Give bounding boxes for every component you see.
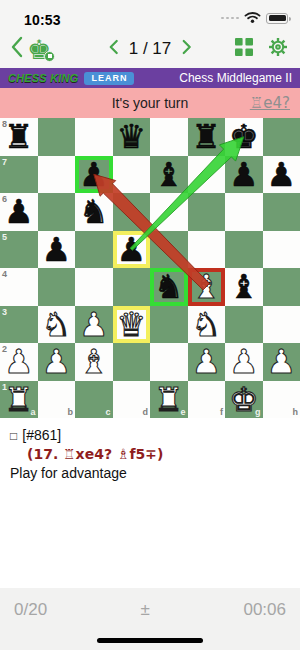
white-pawn-c3: ♟ [79, 306, 109, 343]
learn-badge: LEARN [84, 72, 134, 85]
square-h8[interactable] [263, 118, 301, 156]
black-knight-e4: ♞ [154, 268, 184, 305]
battery-icon [266, 13, 288, 24]
square-h4[interactable] [263, 268, 301, 306]
square-e2[interactable] [150, 343, 188, 381]
square-a8[interactable]: 8♜ [0, 118, 38, 156]
black-pawn-g7: ♟ [229, 156, 259, 193]
white-knight-f3: ♞ [191, 306, 221, 343]
square-e7[interactable]: ♝ [150, 156, 188, 194]
square-h5[interactable] [263, 231, 301, 269]
black-rook-f8: ♜ [191, 118, 221, 155]
rank-label-5: 5 [2, 232, 7, 242]
black-pawn-c7: ♟ [79, 156, 109, 193]
brand-name: CHESS KING [8, 72, 78, 84]
square-g4[interactable]: ♝ [225, 268, 263, 306]
square-b3[interactable]: ♞ [38, 306, 76, 344]
brand-bar: CHESS KING LEARN Chess Middlegame II [0, 68, 300, 88]
square-h6[interactable] [263, 193, 301, 231]
square-g3[interactable] [225, 306, 263, 344]
white-pawn-a2: ♟ [4, 343, 34, 380]
square-g1[interactable]: g♚ [225, 381, 263, 419]
square-h2[interactable]: ♟ [263, 343, 301, 381]
white-king-g1: ♚ [229, 381, 259, 418]
square-b5[interactable]: ♟ [38, 231, 76, 269]
square-g7[interactable]: ♟ [225, 156, 263, 194]
square-h1[interactable]: h [263, 381, 301, 419]
square-a1[interactable]: 1a♜ [0, 381, 38, 419]
black-pawn-a6: ♟ [4, 193, 34, 230]
file-label-f: f [220, 407, 223, 417]
square-c7[interactable]: ♟ [75, 156, 113, 194]
variation-line: (17. ♖xe4? ♗f5∓) [10, 446, 290, 462]
board-area: 8♜♛♜♚7♟♝♟♟6♟♞5♟♟4♞♝♝3♞♟♛♞2♟♟♝♟♟♟1a♜bcde♜… [0, 118, 300, 418]
square-b6[interactable] [38, 193, 76, 231]
square-g8[interactable]: ♚ [225, 118, 263, 156]
score-counter: 0/20 [14, 600, 47, 620]
white-to-move-indicator: □ [10, 429, 17, 443]
black-king-g8: ♚ [229, 118, 259, 155]
square-f7[interactable] [188, 156, 226, 194]
square-e4[interactable]: ♞ [150, 268, 188, 306]
grid-menu-icon[interactable] [235, 38, 253, 60]
white-pawn-g2: ♟ [229, 343, 259, 380]
white-rook-a1: ♜ [4, 381, 34, 418]
move-hint-link[interactable]: ♖e4? [250, 94, 290, 112]
prev-page-chevron-icon[interactable] [109, 39, 119, 59]
file-label-h: h [293, 407, 299, 417]
square-e8[interactable] [150, 118, 188, 156]
square-d6[interactable] [113, 193, 151, 231]
square-c1[interactable]: c [75, 381, 113, 419]
settings-gear-icon[interactable] [268, 37, 288, 61]
square-c3[interactable]: ♟ [75, 306, 113, 344]
square-a6[interactable]: 6♟ [0, 193, 38, 231]
square-g2[interactable]: ♟ [225, 343, 263, 381]
turn-message: It's your turn [112, 95, 189, 111]
square-b1[interactable]: b [38, 381, 76, 419]
rank-label-3: 3 [2, 307, 7, 317]
square-a4[interactable]: 4 [0, 268, 38, 306]
square-c4[interactable] [75, 268, 113, 306]
white-pawn-b2: ♟ [41, 343, 71, 380]
square-a3[interactable]: 3 [0, 306, 38, 344]
square-e3[interactable] [150, 306, 188, 344]
white-pawn-f2: ♟ [191, 343, 221, 380]
white-knight-b3: ♞ [41, 306, 71, 343]
square-b7[interactable] [38, 156, 76, 194]
file-label-d: d [143, 407, 149, 417]
square-f3[interactable]: ♞ [188, 306, 226, 344]
chess-board: 8♜♛♜♚7♟♝♟♟6♟♞5♟♟4♞♝♝3♞♟♛♞2♟♟♝♟♟♟1a♜bcde♜… [0, 118, 300, 418]
white-pawn-h2: ♟ [266, 343, 296, 380]
status-bar: 10:53 [0, 0, 300, 30]
page-indicator: 1 / 17 [129, 39, 172, 59]
square-d2[interactable] [113, 343, 151, 381]
square-d7[interactable] [113, 156, 151, 194]
wifi-icon [244, 9, 261, 27]
square-a7[interactable]: 7 [0, 156, 38, 194]
square-b4[interactable] [38, 268, 76, 306]
black-rook-a8: ♜ [4, 118, 34, 155]
puzzle-reference: [#861] [22, 427, 61, 443]
black-bishop-g4: ♝ [229, 268, 259, 305]
square-b8[interactable] [38, 118, 76, 156]
square-d4[interactable] [113, 268, 151, 306]
black-pawn-d5: ♟ [116, 231, 146, 268]
rank-label-7: 7 [2, 157, 7, 167]
square-c2[interactable]: ♝ [75, 343, 113, 381]
square-f4[interactable]: ♝ [188, 268, 226, 306]
clock-time: 10:53 [24, 12, 61, 28]
white-rook-e1: ♜ [154, 381, 184, 418]
black-pawn-h7: ♟ [266, 156, 296, 193]
white-queen-d3: ♛ [116, 306, 146, 343]
square-d1[interactable]: d [113, 381, 151, 419]
annotation-panel: □ [#861] (17. ♖xe4? ♗f5∓) Play for advan… [0, 418, 300, 481]
course-title: Chess Middlegame II [179, 71, 292, 85]
black-pawn-b5: ♟ [41, 231, 71, 268]
chess-king-logo-icon[interactable]: ♚ [27, 36, 51, 63]
square-f1[interactable]: f [188, 381, 226, 419]
white-bishop-f4: ♝ [191, 268, 221, 305]
evaluation-symbol: ± [141, 600, 150, 620]
black-queen-d8: ♛ [116, 118, 146, 155]
instruction-text: Play for advantage [10, 465, 290, 481]
navigation-bar: ♚ 1 / 17 [0, 30, 300, 68]
square-e6[interactable] [150, 193, 188, 231]
square-c6[interactable]: ♞ [75, 193, 113, 231]
square-d3[interactable]: ♛ [113, 306, 151, 344]
cellular-signal-icon [221, 17, 239, 20]
square-f2[interactable]: ♟ [188, 343, 226, 381]
square-f5[interactable] [188, 231, 226, 269]
turn-banner: It's your turn ♖e4? [0, 88, 300, 118]
square-f8[interactable]: ♜ [188, 118, 226, 156]
back-chevron-icon[interactable] [10, 36, 23, 62]
square-e1[interactable]: e♜ [150, 381, 188, 419]
square-c8[interactable] [75, 118, 113, 156]
square-f6[interactable] [188, 193, 226, 231]
home-indicator[interactable] [97, 638, 203, 643]
square-d5[interactable]: ♟ [113, 231, 151, 269]
square-c5[interactable] [75, 231, 113, 269]
square-b2[interactable]: ♟ [38, 343, 76, 381]
square-g6[interactable] [225, 193, 263, 231]
elapsed-timer: 00:06 [243, 600, 286, 620]
file-label-c: c [105, 407, 110, 417]
file-label-b: b [68, 407, 74, 417]
app-screen: 10:53 ♚ 1 / 17 [0, 0, 300, 650]
next-page-chevron-icon[interactable] [181, 39, 191, 59]
rank-label-4: 4 [2, 269, 7, 279]
square-a5[interactable]: 5 [0, 231, 38, 269]
square-g5[interactable] [225, 231, 263, 269]
white-bishop-c2: ♝ [79, 343, 109, 380]
bottom-bar: 0/20 ± 00:06 [0, 588, 300, 650]
square-d8[interactable]: ♛ [113, 118, 151, 156]
square-a2[interactable]: 2♟ [0, 343, 38, 381]
square-h7[interactable]: ♟ [263, 156, 301, 194]
black-bishop-e7: ♝ [154, 156, 184, 193]
black-knight-c6: ♞ [79, 193, 109, 230]
square-e5[interactable] [150, 231, 188, 269]
square-h3[interactable] [263, 306, 301, 344]
